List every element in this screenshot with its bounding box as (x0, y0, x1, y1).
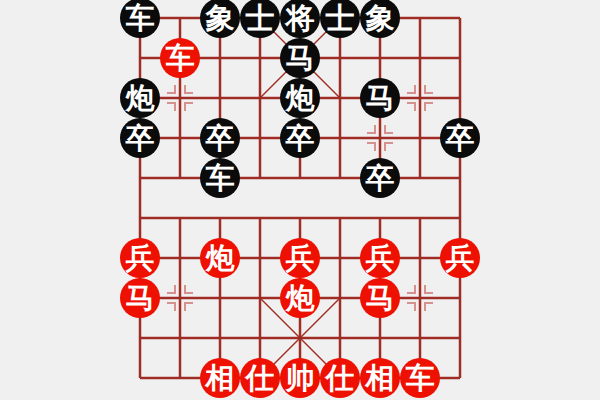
position-marker-corner (424, 302, 433, 311)
position-marker-corner (167, 285, 176, 294)
red-horse[interactable]: 马 (360, 278, 400, 318)
red-advisor[interactable]: 仕 (320, 358, 360, 398)
position-marker (360, 118, 400, 158)
black-elephant[interactable]: 象 (360, 0, 400, 38)
position-marker-corner (367, 142, 376, 151)
black-elephant[interactable]: 象 (200, 0, 240, 38)
red-soldier[interactable]: 兵 (360, 238, 400, 278)
red-elephant[interactable]: 相 (360, 358, 400, 398)
red-horse[interactable]: 马 (120, 278, 160, 318)
position-marker-corner (407, 85, 416, 94)
position-marker-corner (167, 102, 176, 111)
black-soldier[interactable]: 卒 (440, 118, 480, 158)
position-marker-corner (424, 285, 433, 294)
red-soldier[interactable]: 兵 (120, 238, 160, 278)
position-marker-corner (384, 142, 393, 151)
black-soldier[interactable]: 卒 (200, 118, 240, 158)
red-advisor[interactable]: 仕 (240, 358, 280, 398)
position-marker-corner (424, 85, 433, 94)
position-marker-corner (367, 125, 376, 134)
position-marker-corner (167, 302, 176, 311)
black-soldier[interactable]: 卒 (280, 118, 320, 158)
position-marker-corner (184, 302, 193, 311)
position-marker-corner (167, 85, 176, 94)
position-marker (160, 78, 200, 118)
black-advisor[interactable]: 士 (240, 0, 280, 38)
red-cannon[interactable]: 炮 (280, 278, 320, 318)
red-general[interactable]: 帅 (280, 358, 320, 398)
black-cannon[interactable]: 炮 (280, 78, 320, 118)
red-chariot[interactable]: 车 (400, 358, 440, 398)
position-marker (400, 78, 440, 118)
black-horse[interactable]: 马 (280, 38, 320, 78)
position-marker-corner (407, 302, 416, 311)
position-marker-corner (407, 285, 416, 294)
red-soldier[interactable]: 兵 (280, 238, 320, 278)
black-general[interactable]: 将 (280, 0, 320, 38)
position-marker (400, 278, 440, 318)
xiangqi-board-screen: 车象士将士象车马炮炮马卒卒卒卒车卒兵炮兵兵兵马炮马相仕帅仕相车 (0, 0, 600, 400)
position-marker-corner (184, 102, 193, 111)
red-chariot[interactable]: 车 (160, 38, 200, 78)
red-elephant[interactable]: 相 (200, 358, 240, 398)
position-marker-corner (184, 285, 193, 294)
position-marker-corner (407, 102, 416, 111)
black-soldier[interactable]: 卒 (360, 158, 400, 198)
position-marker-corner (384, 125, 393, 134)
position-marker (160, 278, 200, 318)
black-chariot[interactable]: 车 (200, 158, 240, 198)
red-cannon[interactable]: 炮 (200, 238, 240, 278)
position-marker-corner (184, 85, 193, 94)
black-horse[interactable]: 马 (360, 78, 400, 118)
black-cannon[interactable]: 炮 (120, 78, 160, 118)
black-advisor[interactable]: 士 (320, 0, 360, 38)
red-soldier[interactable]: 兵 (440, 238, 480, 278)
black-chariot[interactable]: 车 (120, 0, 160, 38)
position-marker-corner (424, 102, 433, 111)
piece-layer: 车象士将士象车马炮炮马卒卒卒卒车卒兵炮兵兵兵马炮马相仕帅仕相车 (120, 0, 480, 398)
black-soldier[interactable]: 卒 (120, 118, 160, 158)
